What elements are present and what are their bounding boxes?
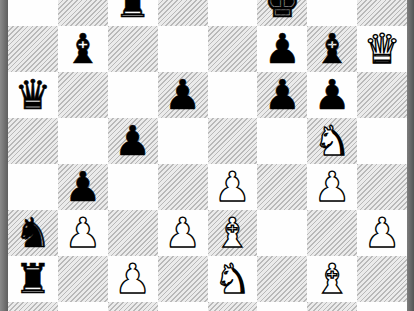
black-pawn-f7[interactable]: ♟	[264, 26, 301, 72]
square-g3[interactable]	[307, 210, 357, 256]
chess-diagram: ♜♚♝♟♝♛♛♟♟♟♟♞♟♟♟♞♟♟♝♟♜♟♞♝	[0, 0, 414, 311]
square-b1[interactable]	[58, 302, 108, 311]
black-king-f8[interactable]: ♚	[264, 0, 301, 26]
square-a3[interactable]: ♞	[8, 210, 58, 256]
black-bishop-b7[interactable]: ♝	[64, 26, 101, 72]
black-rook-c8[interactable]: ♜	[114, 0, 151, 26]
square-c4[interactable]	[108, 164, 158, 210]
square-e6[interactable]	[208, 72, 258, 118]
board-border-left	[0, 0, 8, 311]
white-pawn-c2[interactable]: ♟	[114, 256, 151, 302]
square-f1[interactable]	[257, 302, 307, 311]
white-knight-e2[interactable]: ♞	[214, 256, 251, 302]
black-pawn-g6[interactable]: ♟	[314, 72, 351, 118]
square-h3[interactable]: ♟	[357, 210, 407, 256]
square-d7[interactable]	[158, 26, 208, 72]
square-c5[interactable]: ♟	[108, 118, 158, 164]
square-d2[interactable]	[158, 256, 208, 302]
square-d3[interactable]: ♟	[158, 210, 208, 256]
square-b3[interactable]: ♟	[58, 210, 108, 256]
white-pawn-d3[interactable]: ♟	[164, 210, 201, 256]
white-bishop-e3[interactable]: ♝	[214, 210, 251, 256]
board-border-right	[407, 0, 414, 311]
square-h5[interactable]	[357, 118, 407, 164]
square-c1[interactable]	[108, 302, 158, 311]
square-e5[interactable]	[208, 118, 258, 164]
square-a6[interactable]: ♛	[8, 72, 58, 118]
square-g4[interactable]: ♟	[307, 164, 357, 210]
square-b5[interactable]	[58, 118, 108, 164]
square-d4[interactable]	[158, 164, 208, 210]
square-e7[interactable]	[208, 26, 258, 72]
black-pawn-c5[interactable]: ♟	[114, 118, 151, 164]
square-g7[interactable]: ♝	[307, 26, 357, 72]
square-h2[interactable]	[357, 256, 407, 302]
white-bishop-g2[interactable]: ♝	[314, 256, 351, 302]
square-h1[interactable]	[357, 302, 407, 311]
square-f4[interactable]	[257, 164, 307, 210]
square-c2[interactable]: ♟	[108, 256, 158, 302]
square-f5[interactable]	[257, 118, 307, 164]
black-knight-a3[interactable]: ♞	[15, 210, 52, 256]
square-d1[interactable]	[158, 302, 208, 311]
square-d5[interactable]	[158, 118, 208, 164]
white-pawn-h3[interactable]: ♟	[364, 210, 401, 256]
square-e4[interactable]: ♟	[208, 164, 258, 210]
square-f8[interactable]: ♚	[257, 0, 307, 26]
black-bishop-g7[interactable]: ♝	[314, 26, 351, 72]
black-rook-a2[interactable]: ♜	[15, 256, 52, 302]
square-h7[interactable]: ♛	[357, 26, 407, 72]
square-g5[interactable]: ♞	[307, 118, 357, 164]
square-a8[interactable]	[8, 0, 58, 26]
square-g1[interactable]	[307, 302, 357, 311]
square-d8[interactable]	[158, 0, 208, 26]
square-g8[interactable]	[307, 0, 357, 26]
square-e1[interactable]	[208, 302, 258, 311]
black-pawn-d6[interactable]: ♟	[164, 72, 201, 118]
white-pawn-g4[interactable]: ♟	[314, 164, 351, 210]
chessboard: ♜♚♝♟♝♛♛♟♟♟♟♞♟♟♟♞♟♟♝♟♜♟♞♝	[8, 0, 407, 311]
square-b2[interactable]	[58, 256, 108, 302]
square-a7[interactable]	[8, 26, 58, 72]
square-c8[interactable]: ♜	[108, 0, 158, 26]
square-e2[interactable]: ♞	[208, 256, 258, 302]
square-f7[interactable]: ♟	[257, 26, 307, 72]
square-b6[interactable]	[58, 72, 108, 118]
square-a4[interactable]	[8, 164, 58, 210]
black-pawn-f6[interactable]: ♟	[264, 72, 301, 118]
square-a2[interactable]: ♜	[8, 256, 58, 302]
square-a1[interactable]	[8, 302, 58, 311]
square-h4[interactable]	[357, 164, 407, 210]
square-f6[interactable]: ♟	[257, 72, 307, 118]
square-c6[interactable]	[108, 72, 158, 118]
black-queen-a6[interactable]: ♛	[15, 72, 52, 118]
white-pawn-e4[interactable]: ♟	[214, 164, 251, 210]
square-c7[interactable]	[108, 26, 158, 72]
square-a5[interactable]	[8, 118, 58, 164]
square-c3[interactable]	[108, 210, 158, 256]
white-queen-h7[interactable]: ♛	[364, 26, 401, 72]
square-f3[interactable]	[257, 210, 307, 256]
square-h8[interactable]	[357, 0, 407, 26]
square-f2[interactable]	[257, 256, 307, 302]
square-e8[interactable]	[208, 0, 258, 26]
black-pawn-b4[interactable]: ♟	[64, 164, 101, 210]
white-knight-g5[interactable]: ♞	[314, 118, 351, 164]
square-g6[interactable]: ♟	[307, 72, 357, 118]
square-g2[interactable]: ♝	[307, 256, 357, 302]
square-d6[interactable]: ♟	[158, 72, 208, 118]
square-b7[interactable]: ♝	[58, 26, 108, 72]
square-b4[interactable]: ♟	[58, 164, 108, 210]
square-b8[interactable]	[58, 0, 108, 26]
square-h6[interactable]	[357, 72, 407, 118]
white-pawn-b3[interactable]: ♟	[64, 210, 101, 256]
square-e3[interactable]: ♝	[208, 210, 258, 256]
